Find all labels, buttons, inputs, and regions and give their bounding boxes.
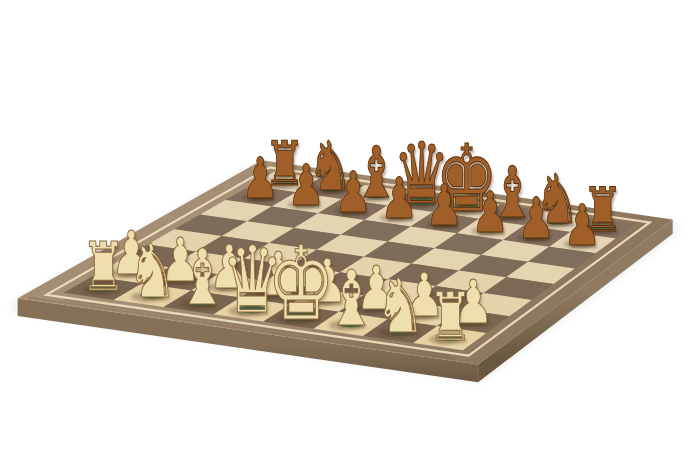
black-bishop-c8: ♝	[349, 138, 402, 209]
white-pawn-g2: ♟	[402, 265, 447, 325]
white-pawn-f2: ♟	[353, 258, 398, 318]
black-king-e8: ♚	[432, 132, 502, 226]
white-pawn-d2: ♟	[255, 244, 300, 304]
white-king-e1: ♚	[263, 233, 339, 335]
white-pawn-c2: ♟	[206, 237, 251, 297]
black-pawn-b7: ♟	[286, 157, 329, 214]
white-pawn-h2: ♟	[451, 272, 496, 332]
black-rook-h8: ♜	[580, 179, 626, 240]
white-pawn-a2: ♟	[108, 223, 153, 283]
white-pawn-b2: ♟	[157, 230, 202, 290]
black-pawn-c7: ♟	[332, 164, 375, 221]
white-knight-g1: ♞	[373, 270, 429, 344]
black-pawn-a7: ♟	[240, 150, 283, 207]
black-rook-a8: ♜	[262, 133, 308, 194]
white-bishop-c1: ♝	[173, 240, 231, 317]
white-pawn-e2: ♟	[304, 251, 349, 311]
white-knight-b1: ♞	[125, 235, 181, 310]
black-pawn-g7: ♟	[516, 190, 559, 247]
piece-layer: ♜♞♝♛♚♝♞♜♟♟♟♟♟♟♟♟♟♟♟♟♟♟♟♟♜♞♝♛♚♝♞♜	[0, 0, 700, 460]
black-queen-d8: ♛	[390, 132, 454, 217]
black-knight-g8: ♞	[532, 166, 583, 234]
black-pawn-h7: ♟	[561, 197, 604, 254]
black-bishop-f8: ♝	[486, 158, 539, 228]
white-bishop-f1: ♝	[322, 261, 380, 338]
black-pawn-e7: ♟	[424, 177, 467, 234]
black-knight-b8: ♞	[305, 133, 356, 201]
white-rook-a1: ♜	[78, 234, 128, 301]
white-rook-h1: ♜	[425, 284, 475, 351]
white-queen-d1: ♛	[217, 234, 286, 327]
black-pawn-d7: ♟	[378, 170, 421, 227]
black-pawn-f7: ♟	[470, 184, 513, 241]
chess-set-photo: ♜♞♝♛♚♝♞♜♟♟♟♟♟♟♟♟♟♟♟♟♟♟♟♟♜♞♝♛♚♝♞♜	[0, 0, 700, 460]
